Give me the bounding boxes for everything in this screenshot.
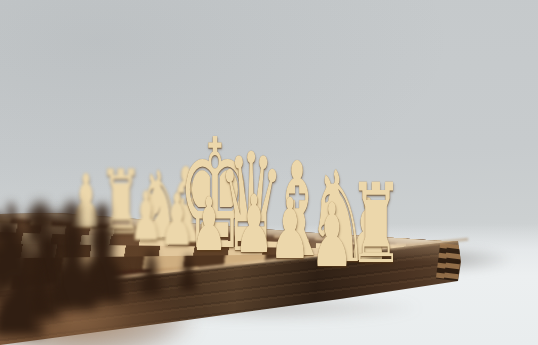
piece-glyph: ♟ xyxy=(269,187,310,271)
chess-pieces-layer: ♟♜♞♟♝♟♛♟♚♟♝♟♞♟♜♟♞♝♜♟♟♟♟ xyxy=(0,0,538,345)
piece-glyph: ♜ xyxy=(349,169,403,279)
chess-photo-scene: ♟♜♞♟♝♟♛♟♚♟♝♟♞♟♜♟♞♝♜♟♟♟♟ xyxy=(0,0,538,345)
piece-glyph: ♟ xyxy=(310,192,353,280)
piece-glyph: ♟ xyxy=(136,243,166,303)
piece-glyph: ♞ xyxy=(0,181,59,345)
piece-glyph: ♟ xyxy=(176,249,200,297)
